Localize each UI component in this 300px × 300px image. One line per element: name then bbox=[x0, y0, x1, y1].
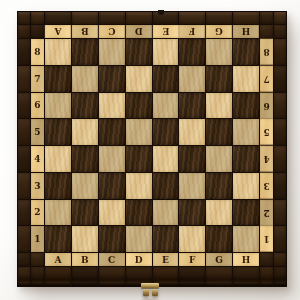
rank-label-left-5: 5 bbox=[31, 119, 44, 145]
frame-block bbox=[274, 119, 286, 145]
frame-block bbox=[31, 267, 44, 286]
frame-block bbox=[274, 253, 286, 266]
square-c2[interactable] bbox=[99, 200, 125, 226]
square-b2[interactable] bbox=[72, 200, 98, 226]
frame-block bbox=[179, 12, 205, 24]
file-label-top-h: H bbox=[233, 25, 259, 38]
frame-block bbox=[18, 146, 30, 172]
square-g8[interactable] bbox=[206, 39, 232, 65]
frame-block bbox=[45, 12, 71, 24]
frame-block bbox=[274, 66, 286, 92]
square-a4[interactable] bbox=[45, 146, 71, 172]
frame-block bbox=[274, 25, 286, 38]
frame-block bbox=[274, 173, 286, 199]
square-d2[interactable] bbox=[126, 200, 152, 226]
frame-block bbox=[274, 200, 286, 226]
frame-block bbox=[72, 12, 98, 24]
square-g7[interactable] bbox=[206, 66, 232, 92]
rank-label-right-8: 8 bbox=[260, 39, 273, 65]
square-e2[interactable] bbox=[153, 200, 179, 226]
square-a6[interactable] bbox=[45, 93, 71, 119]
frame-corner bbox=[31, 25, 44, 38]
square-e5[interactable] bbox=[153, 119, 179, 145]
square-a3[interactable] bbox=[45, 173, 71, 199]
frame-block bbox=[99, 12, 125, 24]
clasp-foot-left bbox=[143, 289, 149, 296]
rank-label-right-1: 1 bbox=[260, 226, 273, 252]
square-b3[interactable] bbox=[72, 173, 98, 199]
square-f5[interactable] bbox=[179, 119, 205, 145]
square-h5[interactable] bbox=[233, 119, 259, 145]
square-e7[interactable] bbox=[153, 66, 179, 92]
frame-block bbox=[31, 12, 44, 24]
square-a8[interactable] bbox=[45, 39, 71, 65]
file-label-bottom-g: G bbox=[206, 253, 232, 266]
rank-label-right-3: 3 bbox=[260, 173, 273, 199]
square-h2[interactable] bbox=[233, 200, 259, 226]
frame-block bbox=[233, 12, 259, 24]
file-label-top-d: D bbox=[126, 25, 152, 38]
rank-label-right-7: 7 bbox=[260, 66, 273, 92]
rank-label-left-7: 7 bbox=[31, 66, 44, 92]
square-g2[interactable] bbox=[206, 200, 232, 226]
square-b1[interactable] bbox=[72, 226, 98, 252]
frame-block bbox=[45, 267, 71, 286]
square-d1[interactable] bbox=[126, 226, 152, 252]
square-a1[interactable] bbox=[45, 226, 71, 252]
frame-block bbox=[260, 12, 273, 24]
frame-block bbox=[179, 267, 205, 286]
frame-block bbox=[72, 267, 98, 286]
rank-label-left-2: 2 bbox=[31, 200, 44, 226]
file-label-bottom-e: E bbox=[153, 253, 179, 266]
frame-block bbox=[18, 93, 30, 119]
photo-background: ABCDEFGH8877665544332211ABCDEFGH bbox=[0, 0, 300, 300]
rank-label-right-6: 6 bbox=[260, 93, 273, 119]
rank-label-left-3: 3 bbox=[31, 173, 44, 199]
rank-label-left-8: 8 bbox=[31, 39, 44, 65]
frame-block bbox=[18, 66, 30, 92]
square-d7[interactable] bbox=[126, 66, 152, 92]
file-label-top-e: E bbox=[153, 25, 179, 38]
frame-block bbox=[18, 173, 30, 199]
square-e6[interactable] bbox=[153, 93, 179, 119]
brass-clasp-icon bbox=[137, 283, 163, 300]
file-label-top-a: A bbox=[45, 25, 71, 38]
frame-block bbox=[153, 12, 179, 24]
square-b6[interactable] bbox=[72, 93, 98, 119]
square-f6[interactable] bbox=[179, 93, 205, 119]
square-g5[interactable] bbox=[206, 119, 232, 145]
square-e8[interactable] bbox=[153, 39, 179, 65]
square-f1[interactable] bbox=[179, 226, 205, 252]
square-c8[interactable] bbox=[99, 39, 125, 65]
frame-block bbox=[18, 25, 30, 38]
square-b8[interactable] bbox=[72, 39, 98, 65]
square-c3[interactable] bbox=[99, 173, 125, 199]
frame-block bbox=[18, 119, 30, 145]
frame-block bbox=[18, 39, 30, 65]
square-f7[interactable] bbox=[179, 66, 205, 92]
frame-block bbox=[274, 39, 286, 65]
rank-label-right-4: 4 bbox=[260, 146, 273, 172]
rank-label-right-2: 2 bbox=[260, 200, 273, 226]
frame-block bbox=[99, 267, 125, 286]
square-h3[interactable] bbox=[233, 173, 259, 199]
frame-corner bbox=[260, 253, 273, 266]
frame-block bbox=[274, 93, 286, 119]
square-g3[interactable] bbox=[206, 173, 232, 199]
square-e1[interactable] bbox=[153, 226, 179, 252]
frame-block bbox=[233, 267, 259, 286]
rank-label-right-5: 5 bbox=[260, 119, 273, 145]
square-b7[interactable] bbox=[72, 66, 98, 92]
file-label-top-f: F bbox=[179, 25, 205, 38]
file-label-bottom-h: H bbox=[233, 253, 259, 266]
square-f3[interactable] bbox=[179, 173, 205, 199]
frame-block bbox=[18, 253, 30, 266]
square-h8[interactable] bbox=[233, 39, 259, 65]
file-label-top-b: B bbox=[72, 25, 98, 38]
frame-block bbox=[274, 146, 286, 172]
square-c4[interactable] bbox=[99, 146, 125, 172]
square-g6[interactable] bbox=[206, 93, 232, 119]
hinge-notch-icon bbox=[158, 10, 164, 15]
frame-block bbox=[274, 267, 286, 286]
square-g1[interactable] bbox=[206, 226, 232, 252]
square-h4[interactable] bbox=[233, 146, 259, 172]
square-e4[interactable] bbox=[153, 146, 179, 172]
square-c5[interactable] bbox=[99, 119, 125, 145]
clasp-foot-right bbox=[152, 289, 158, 296]
file-label-top-g: G bbox=[206, 25, 232, 38]
square-b4[interactable] bbox=[72, 146, 98, 172]
square-d8[interactable] bbox=[126, 39, 152, 65]
frame-block bbox=[206, 12, 232, 24]
square-h6[interactable] bbox=[233, 93, 259, 119]
square-f2[interactable] bbox=[179, 200, 205, 226]
frame-block bbox=[18, 267, 30, 286]
file-label-bottom-c: C bbox=[99, 253, 125, 266]
square-f4[interactable] bbox=[179, 146, 205, 172]
frame-block bbox=[274, 226, 286, 252]
square-d6[interactable] bbox=[126, 93, 152, 119]
frame-block bbox=[18, 12, 30, 24]
clasp-feet bbox=[137, 289, 163, 296]
square-c7[interactable] bbox=[99, 66, 125, 92]
square-e3[interactable] bbox=[153, 173, 179, 199]
square-a7[interactable] bbox=[45, 66, 71, 92]
file-label-bottom-a: A bbox=[45, 253, 71, 266]
chess-board: ABCDEFGH8877665544332211ABCDEFGH bbox=[17, 11, 287, 287]
square-a5[interactable] bbox=[45, 119, 71, 145]
square-b5[interactable] bbox=[72, 119, 98, 145]
frame-block bbox=[260, 267, 273, 286]
board-grid: ABCDEFGH8877665544332211ABCDEFGH bbox=[17, 11, 287, 287]
rank-label-left-1: 1 bbox=[31, 226, 44, 252]
square-a2[interactable] bbox=[45, 200, 71, 226]
frame-corner bbox=[260, 25, 273, 38]
file-label-top-c: C bbox=[99, 25, 125, 38]
square-c6[interactable] bbox=[99, 93, 125, 119]
frame-block bbox=[18, 226, 30, 252]
rank-label-left-6: 6 bbox=[31, 93, 44, 119]
square-d5[interactable] bbox=[126, 119, 152, 145]
square-c1[interactable] bbox=[99, 226, 125, 252]
square-d3[interactable] bbox=[126, 173, 152, 199]
frame-block bbox=[206, 267, 232, 286]
file-label-bottom-d: D bbox=[126, 253, 152, 266]
rank-label-left-4: 4 bbox=[31, 146, 44, 172]
frame-block bbox=[126, 12, 152, 24]
square-h7[interactable] bbox=[233, 66, 259, 92]
square-h1[interactable] bbox=[233, 226, 259, 252]
frame-block bbox=[274, 12, 286, 24]
file-label-bottom-b: B bbox=[72, 253, 98, 266]
frame-corner bbox=[31, 253, 44, 266]
file-label-bottom-f: F bbox=[179, 253, 205, 266]
square-g4[interactable] bbox=[206, 146, 232, 172]
frame-block bbox=[18, 200, 30, 226]
clasp-bar bbox=[141, 283, 159, 288]
square-f8[interactable] bbox=[179, 39, 205, 65]
square-d4[interactable] bbox=[126, 146, 152, 172]
